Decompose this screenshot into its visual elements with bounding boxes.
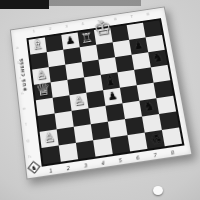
black-bishop[interactable]: ♝	[103, 73, 117, 88]
edge-label: ·	[175, 83, 177, 87]
edge-label: a	[14, 39, 21, 55]
edge-label: 7	[123, 13, 140, 20]
chess-board-wrap: 12345678 abcdefgh ········ ◉US CHESS ♗♟♖…	[10, 6, 193, 179]
square-r8c7[interactable]: ♚	[145, 130, 165, 149]
edge-label: 3	[58, 23, 75, 30]
white-pawn[interactable]: ♙	[43, 131, 55, 145]
edge-label: ·	[178, 99, 180, 103]
edge-label: 8	[164, 148, 181, 157]
background-highlight-dot	[153, 186, 163, 195]
edge-label: 1	[25, 28, 42, 35]
square-r8c1[interactable]	[42, 145, 61, 164]
edge-label: e	[21, 100, 28, 116]
edge-label: 2	[42, 25, 59, 32]
edge-label: 7	[147, 151, 164, 160]
edge-label: ·	[181, 115, 183, 119]
black-pawn[interactable]: ♟	[107, 90, 118, 102]
edge-label: 1	[42, 166, 60, 175]
edge-label: f	[23, 115, 30, 132]
white-rook[interactable]: ♖	[80, 30, 94, 45]
edge-label: 2	[60, 164, 78, 173]
background-dark-band	[0, 0, 49, 9]
board-grid: ♗♟♖♔♟♙♞♕♝♙♟♞♙♚	[26, 18, 184, 167]
corner-knight-logo: ♞	[28, 161, 41, 174]
chess-board: 12345678 abcdefgh ········ ◉US CHESS ♗♟♖…	[10, 6, 193, 179]
square-r4c1[interactable]: ♕	[34, 82, 53, 100]
black-knight[interactable]: ♞	[151, 51, 165, 65]
edge-label: ·	[169, 53, 171, 57]
edge-label: 6	[129, 153, 146, 162]
white-bishop[interactable]: ♗	[30, 37, 45, 53]
edge-label: ·	[184, 131, 186, 135]
white-king[interactable]: ♔	[92, 18, 112, 39]
edge-label: g	[24, 131, 31, 148]
black-pawn[interactable]: ♟	[133, 39, 144, 51]
edge-label: 5	[112, 156, 130, 165]
black-pawn[interactable]: ♟	[65, 34, 76, 46]
black-king[interactable]: ♚	[146, 129, 167, 149]
edge-label: 3	[77, 161, 95, 170]
edge-label: ·	[167, 38, 169, 42]
edge-label: 4	[74, 20, 91, 27]
background-gray-band	[49, 0, 141, 6]
edge-label: ·	[164, 23, 166, 27]
brand-logo-icon: ◉	[22, 86, 28, 92]
square-r8c2[interactable]	[59, 143, 78, 162]
black-knight[interactable]: ♞	[142, 99, 156, 114]
photo-scene: 12345678 abcdefgh ········ ◉US CHESS ♗♟♖…	[0, 0, 200, 200]
white-pawn[interactable]: ♙	[73, 94, 85, 107]
white-queen[interactable]: ♕	[35, 81, 52, 100]
edge-label: ·	[172, 68, 174, 72]
edge-label: 4	[94, 158, 112, 167]
knight-icon: ♞	[28, 161, 41, 174]
edge-label: 8	[139, 11, 156, 18]
